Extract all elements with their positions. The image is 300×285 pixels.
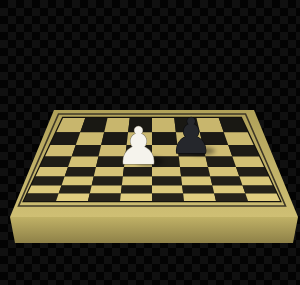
square-h2[interactable] (242, 185, 276, 193)
square-g1[interactable] (214, 194, 248, 201)
square-f1[interactable] (183, 194, 216, 201)
board-frame-front (10, 217, 298, 243)
square-b2[interactable] (59, 185, 92, 193)
square-b6[interactable] (72, 145, 101, 157)
square-e2[interactable] (152, 185, 183, 193)
square-h4[interactable] (236, 167, 269, 177)
white-pawn[interactable]: ♟ (115, 116, 161, 176)
chessboard-3d: ♟♟ (0, 0, 300, 285)
square-h3[interactable] (239, 177, 272, 186)
square-e3[interactable] (152, 177, 182, 186)
black-pawn[interactable]: ♟ (169, 108, 213, 165)
square-f4[interactable] (180, 167, 210, 177)
square-d2[interactable] (121, 185, 152, 193)
square-h6[interactable] (228, 145, 259, 157)
square-g2[interactable] (212, 185, 245, 193)
square-f2[interactable] (182, 185, 214, 193)
square-c3[interactable] (92, 177, 123, 186)
square-b7[interactable] (76, 132, 104, 145)
square-c1[interactable] (88, 194, 121, 201)
square-d1[interactable] (120, 194, 152, 201)
square-c2[interactable] (90, 185, 122, 193)
square-a1[interactable] (24, 194, 59, 201)
square-b1[interactable] (56, 194, 90, 201)
square-f3[interactable] (181, 177, 212, 186)
square-h5[interactable] (232, 156, 264, 167)
square-b4[interactable] (65, 167, 96, 177)
square-b5[interactable] (68, 156, 98, 167)
square-b3[interactable] (62, 177, 94, 186)
square-a2[interactable] (28, 185, 62, 193)
square-a6[interactable] (45, 145, 76, 157)
square-a3[interactable] (31, 177, 64, 186)
scene-background: ♟♟ (0, 0, 300, 285)
square-g4[interactable] (208, 167, 239, 177)
square-g3[interactable] (210, 177, 242, 186)
square-a4[interactable] (35, 167, 68, 177)
square-d3[interactable] (122, 177, 152, 186)
square-a5[interactable] (40, 156, 72, 167)
square-e1[interactable] (152, 194, 184, 201)
square-h1[interactable] (245, 194, 280, 201)
